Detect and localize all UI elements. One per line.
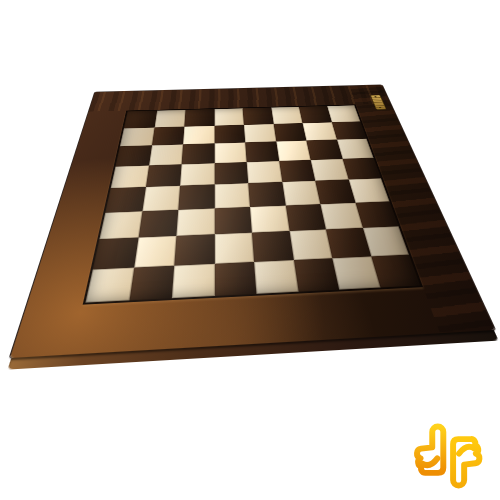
board-square [302, 122, 336, 140]
board-square [214, 125, 245, 144]
board-square [276, 141, 311, 161]
board-square [154, 110, 185, 127]
board-square [124, 111, 157, 129]
board-square [214, 233, 254, 264]
board-square [348, 178, 389, 202]
board-frame [10, 85, 495, 358]
board-square [362, 226, 408, 256]
board-square [152, 126, 185, 145]
up-pointing-hand-icon [417, 427, 443, 473]
board-square [327, 105, 360, 122]
board-square [214, 142, 246, 163]
board-square [174, 234, 214, 265]
board-square [180, 163, 214, 186]
board-square [279, 160, 315, 182]
board-square [243, 108, 274, 125]
board-square [142, 186, 180, 211]
board-square [355, 201, 399, 228]
board-square [182, 143, 215, 164]
board-square [99, 211, 142, 239]
board-square [85, 267, 133, 302]
board-square [176, 208, 214, 236]
board-square [273, 123, 306, 142]
board-square [271, 107, 303, 124]
product-photo-stage [0, 0, 500, 500]
board-square [247, 161, 282, 183]
board-square [214, 183, 250, 208]
board-square [183, 126, 214, 145]
board-square [248, 182, 285, 207]
board-square [93, 238, 138, 270]
chessboard [10, 85, 495, 358]
board-square [245, 141, 279, 161]
board-square [244, 124, 276, 143]
hands-logo [408, 418, 496, 496]
board-square [252, 231, 293, 262]
board-square [214, 207, 252, 235]
board-square [293, 258, 339, 292]
board-square [146, 164, 182, 187]
board-square [214, 262, 256, 297]
board-square [342, 158, 381, 180]
board-square [289, 229, 332, 259]
board-square [134, 236, 177, 267]
board-square [254, 260, 298, 294]
board-square [282, 181, 320, 206]
down-pointing-hand-icon [453, 439, 479, 485]
board-side-edge [8, 330, 499, 369]
board-square [337, 139, 374, 159]
board-square [149, 144, 183, 165]
board-square [138, 209, 178, 237]
board-square [172, 263, 215, 298]
board-square [120, 127, 154, 146]
board-square [178, 184, 214, 209]
board-square [111, 165, 149, 188]
board-square [250, 205, 289, 232]
board-square [105, 187, 145, 212]
board-square [285, 204, 326, 231]
board-square [299, 106, 332, 123]
board-square [184, 109, 214, 126]
board-square [214, 162, 248, 185]
board-square [129, 265, 174, 300]
board-square [214, 108, 244, 125]
board-square [331, 121, 366, 139]
board-square [115, 145, 151, 166]
